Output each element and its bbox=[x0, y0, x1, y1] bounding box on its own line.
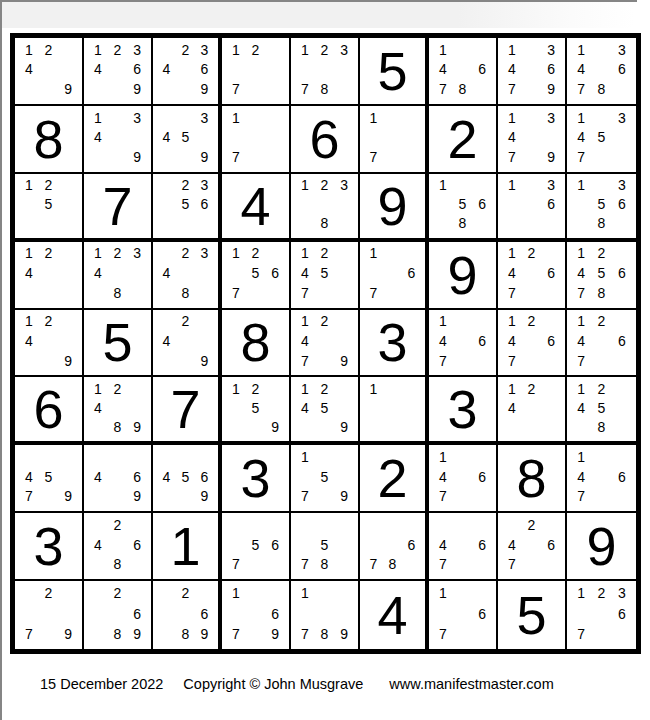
pencil-mark-2: 2 bbox=[591, 379, 611, 398]
cell-r9c7: 167 bbox=[429, 581, 498, 649]
pencil-mark-9: 9 bbox=[127, 624, 147, 644]
solved-digit: 9 bbox=[360, 174, 425, 238]
cell-r3c5: 1238 bbox=[291, 174, 360, 242]
pencil-mark-7: 7 bbox=[364, 554, 383, 574]
footer-date: 15 December 2022 bbox=[40, 676, 163, 692]
pencil-mark-5: 5 bbox=[591, 263, 611, 283]
pencil-mark-6: 6 bbox=[402, 263, 421, 283]
pencil-mark-6: 6 bbox=[612, 467, 632, 487]
pencil-mark-1: 1 bbox=[571, 312, 591, 332]
cell-r7c1: 4579 bbox=[15, 445, 84, 513]
pencil-marks: 12467 bbox=[502, 244, 561, 303]
pencil-marks: 124 bbox=[19, 244, 78, 303]
cell-r1c8: 134679 bbox=[498, 38, 567, 106]
pencil-mark-6: 6 bbox=[472, 60, 492, 80]
pencil-mark-7: 7 bbox=[295, 283, 315, 303]
pencil-mark-9: 9 bbox=[195, 79, 214, 99]
pencil-mark-2: 2 bbox=[522, 312, 542, 332]
header-strip bbox=[2, 2, 635, 28]
cell-r4c8: 12467 bbox=[498, 242, 567, 310]
pencil-mark-6: 6 bbox=[265, 263, 285, 283]
pencil-mark-2: 2 bbox=[315, 40, 335, 60]
pencil-mark-7: 7 bbox=[433, 79, 453, 99]
cell-r8c9: 9 bbox=[567, 513, 636, 581]
pencil-mark-4: 4 bbox=[88, 535, 108, 555]
pencil-mark-2: 2 bbox=[315, 312, 335, 332]
cell-r2c5: 6 bbox=[291, 106, 360, 174]
pencil-mark-4: 4 bbox=[88, 467, 108, 487]
pencil-marks: 1249 bbox=[19, 40, 78, 99]
pencil-mark-4: 4 bbox=[433, 331, 453, 351]
pencil-mark-2: 2 bbox=[315, 176, 335, 195]
cell-r4c4: 12567 bbox=[222, 242, 291, 310]
pencil-marks: 678 bbox=[364, 515, 421, 574]
pencil-mark-7: 7 bbox=[571, 147, 591, 167]
pencil-mark-3: 3 bbox=[612, 176, 632, 195]
pencil-mark-7: 7 bbox=[433, 624, 453, 644]
pencil-mark-2: 2 bbox=[315, 244, 335, 264]
pencil-marks: 467 bbox=[433, 515, 492, 574]
pencil-mark-1: 1 bbox=[502, 108, 522, 128]
pencil-marks: 567 bbox=[226, 515, 285, 574]
pencil-mark-8: 8 bbox=[591, 283, 611, 303]
pencil-mark-8: 8 bbox=[108, 283, 128, 303]
cell-r1c1: 1249 bbox=[15, 38, 84, 106]
pencil-mark-2: 2 bbox=[246, 40, 266, 60]
pencil-mark-4: 4 bbox=[295, 263, 315, 283]
cell-r4c3: 2348 bbox=[153, 242, 222, 310]
pencil-mark-1: 1 bbox=[88, 379, 108, 398]
pencil-mark-6: 6 bbox=[265, 535, 285, 555]
cell-r2c9: 13457 bbox=[567, 106, 636, 174]
pencil-mark-8: 8 bbox=[383, 554, 402, 574]
pencil-mark-6: 6 bbox=[195, 60, 214, 80]
cell-r1c9: 134678 bbox=[567, 38, 636, 106]
pencil-mark-9: 9 bbox=[58, 351, 78, 371]
footer-website: www.manifestmaster.com bbox=[389, 676, 553, 692]
solved-digit: 3 bbox=[429, 377, 496, 441]
pencil-mark-7: 7 bbox=[433, 351, 453, 371]
pencil-mark-6: 6 bbox=[541, 195, 561, 214]
pencil-mark-3: 3 bbox=[195, 244, 214, 264]
cell-r5c5: 12479 bbox=[291, 310, 360, 378]
window-left-border bbox=[0, 0, 2, 720]
pencil-mark-9: 9 bbox=[127, 417, 147, 436]
pencil-mark-7: 7 bbox=[226, 624, 246, 644]
pencil-mark-4: 4 bbox=[19, 60, 39, 80]
pencil-mark-9: 9 bbox=[195, 624, 214, 644]
pencil-mark-4: 4 bbox=[571, 331, 591, 351]
pencil-mark-4: 4 bbox=[295, 398, 315, 417]
cell-r5c3: 249 bbox=[153, 310, 222, 378]
pencil-mark-7: 7 bbox=[364, 283, 383, 303]
cell-r7c7: 1467 bbox=[429, 445, 498, 513]
pencil-mark-1: 1 bbox=[295, 176, 315, 195]
pencil-mark-9: 9 bbox=[127, 79, 147, 99]
cell-r3c1: 125 bbox=[15, 174, 84, 242]
pencil-marks: 17 bbox=[364, 108, 421, 167]
pencil-marks: 12457 bbox=[295, 244, 354, 303]
pencil-mark-1: 1 bbox=[295, 379, 315, 398]
solved-digit: 2 bbox=[360, 445, 425, 511]
pencil-mark-2: 2 bbox=[108, 583, 128, 603]
cell-r9c3: 2689 bbox=[153, 581, 222, 649]
pencil-mark-4: 4 bbox=[502, 535, 522, 555]
pencil-mark-5: 5 bbox=[591, 128, 611, 148]
cell-r5c6: 3 bbox=[360, 310, 429, 378]
pencil-marks: 124 bbox=[502, 379, 561, 436]
cell-r9c4: 1679 bbox=[222, 581, 291, 649]
pencil-marks: 1679 bbox=[226, 583, 285, 644]
pencil-mark-4: 4 bbox=[19, 263, 39, 283]
cell-r5c9: 12467 bbox=[567, 310, 636, 378]
pencil-mark-9: 9 bbox=[334, 487, 354, 507]
pencil-mark-1: 1 bbox=[502, 379, 522, 398]
pencil-mark-8: 8 bbox=[108, 417, 128, 436]
pencil-marks: 1789 bbox=[295, 583, 354, 644]
pencil-marks: 2467 bbox=[502, 515, 561, 574]
pencil-marks: 1259 bbox=[226, 379, 285, 436]
pencil-mark-9: 9 bbox=[58, 624, 78, 644]
cell-r4c7: 9 bbox=[429, 242, 498, 310]
pencil-mark-8: 8 bbox=[108, 554, 128, 574]
pencil-mark-1: 1 bbox=[571, 244, 591, 264]
cell-r7c5: 1579 bbox=[291, 445, 360, 513]
pencil-mark-7: 7 bbox=[295, 79, 315, 99]
cell-r8c7: 467 bbox=[429, 513, 498, 581]
pencil-mark-4: 4 bbox=[88, 398, 108, 417]
pencil-mark-3: 3 bbox=[541, 108, 561, 128]
pencil-mark-7: 7 bbox=[502, 351, 522, 371]
pencil-mark-3: 3 bbox=[127, 244, 147, 264]
pencil-mark-2: 2 bbox=[176, 312, 195, 332]
pencil-marks: 23469 bbox=[157, 40, 214, 99]
pencil-mark-1: 1 bbox=[295, 40, 315, 60]
cell-r1c6: 5 bbox=[360, 38, 429, 106]
pencil-mark-1: 1 bbox=[19, 40, 39, 60]
page: 1249123469234691271237851467813467913467… bbox=[0, 0, 650, 720]
pencil-mark-2: 2 bbox=[522, 244, 542, 264]
cell-r6c1: 6 bbox=[15, 377, 84, 445]
pencil-mark-2: 2 bbox=[246, 244, 266, 264]
pencil-mark-2: 2 bbox=[39, 244, 59, 264]
pencil-mark-1: 1 bbox=[433, 583, 453, 603]
pencil-mark-7: 7 bbox=[571, 351, 591, 371]
pencil-mark-2: 2 bbox=[176, 40, 195, 60]
cell-r2c3: 3459 bbox=[153, 106, 222, 174]
pencil-mark-7: 7 bbox=[19, 624, 39, 644]
pencil-marks: 12467 bbox=[571, 312, 632, 371]
pencil-marks: 12489 bbox=[88, 379, 147, 436]
pencil-mark-4: 4 bbox=[19, 331, 39, 351]
cell-r1c7: 14678 bbox=[429, 38, 498, 106]
pencil-marks: 12459 bbox=[295, 379, 354, 436]
pencil-mark-5: 5 bbox=[315, 398, 335, 417]
pencil-mark-3: 3 bbox=[612, 583, 632, 603]
cell-r9c1: 279 bbox=[15, 581, 84, 649]
pencil-mark-3: 3 bbox=[612, 40, 632, 60]
pencil-mark-4: 4 bbox=[571, 128, 591, 148]
pencil-mark-9: 9 bbox=[334, 417, 354, 436]
pencil-mark-8: 8 bbox=[315, 624, 335, 644]
solved-digit: 4 bbox=[360, 581, 425, 649]
pencil-mark-2: 2 bbox=[591, 583, 611, 603]
pencil-mark-6: 6 bbox=[127, 603, 147, 623]
solved-digit: 8 bbox=[222, 310, 289, 376]
pencil-mark-4: 4 bbox=[157, 467, 176, 487]
pencil-mark-4: 4 bbox=[433, 60, 453, 80]
pencil-mark-9: 9 bbox=[195, 351, 214, 371]
pencil-marks: 13457 bbox=[571, 108, 632, 167]
solved-digit: 9 bbox=[429, 242, 496, 308]
pencil-mark-4: 4 bbox=[157, 60, 176, 80]
pencil-marks: 1249 bbox=[19, 312, 78, 371]
pencil-marks: 12479 bbox=[295, 312, 354, 371]
pencil-mark-4: 4 bbox=[502, 398, 522, 417]
cell-r2c2: 1349 bbox=[84, 106, 153, 174]
pencil-mark-6: 6 bbox=[612, 331, 632, 351]
cell-r3c8: 136 bbox=[498, 174, 567, 242]
solved-digit: 5 bbox=[360, 38, 425, 104]
pencil-mark-2: 2 bbox=[315, 379, 335, 398]
cell-r6c6: 1 bbox=[360, 377, 429, 445]
pencil-mark-2: 2 bbox=[522, 515, 542, 535]
pencil-mark-4: 4 bbox=[88, 128, 108, 148]
pencil-marks: 2468 bbox=[88, 515, 147, 574]
pencil-marks: 1579 bbox=[295, 447, 354, 506]
pencil-marks: 279 bbox=[19, 583, 78, 644]
pencil-mark-5: 5 bbox=[39, 467, 59, 487]
pencil-mark-6: 6 bbox=[612, 263, 632, 283]
pencil-marks: 167 bbox=[364, 244, 421, 303]
pencil-mark-4: 4 bbox=[88, 263, 108, 283]
pencil-mark-8: 8 bbox=[176, 283, 195, 303]
cell-r7c3: 4569 bbox=[153, 445, 222, 513]
footer-copyright: Copyright © John Musgrave bbox=[183, 676, 363, 692]
pencil-mark-6: 6 bbox=[472, 535, 492, 555]
pencil-marks: 13479 bbox=[502, 108, 561, 167]
pencil-mark-7: 7 bbox=[433, 554, 453, 574]
cell-r8c4: 567 bbox=[222, 513, 291, 581]
pencil-mark-1: 1 bbox=[226, 108, 246, 128]
pencil-marks: 12348 bbox=[88, 244, 147, 303]
pencil-mark-6: 6 bbox=[127, 467, 147, 487]
pencil-marks: 12458 bbox=[571, 379, 632, 436]
pencil-marks: 1568 bbox=[433, 176, 492, 233]
pencil-mark-5: 5 bbox=[591, 398, 611, 417]
pencil-mark-3: 3 bbox=[334, 40, 354, 60]
cell-r4c5: 12457 bbox=[291, 242, 360, 310]
pencil-mark-3: 3 bbox=[334, 176, 354, 195]
pencil-mark-7: 7 bbox=[226, 283, 246, 303]
cell-r8c1: 3 bbox=[15, 513, 84, 581]
pencil-mark-1: 1 bbox=[226, 379, 246, 398]
pencil-mark-4: 4 bbox=[157, 263, 176, 283]
pencil-mark-1: 1 bbox=[571, 176, 591, 195]
solved-digit: 5 bbox=[84, 310, 151, 376]
pencil-mark-4: 4 bbox=[571, 398, 591, 417]
pencil-mark-7: 7 bbox=[502, 554, 522, 574]
cell-r3c2: 7 bbox=[84, 174, 153, 242]
pencil-mark-7: 7 bbox=[571, 624, 591, 644]
pencil-mark-3: 3 bbox=[612, 108, 632, 128]
cell-r6c8: 124 bbox=[498, 377, 567, 445]
pencil-mark-6: 6 bbox=[541, 60, 561, 80]
pencil-mark-6: 6 bbox=[541, 331, 561, 351]
cell-r4c1: 124 bbox=[15, 242, 84, 310]
solved-digit: 2 bbox=[429, 106, 496, 172]
pencil-mark-3: 3 bbox=[127, 108, 147, 128]
cell-r8c5: 578 bbox=[291, 513, 360, 581]
pencil-marks: 12378 bbox=[295, 40, 354, 99]
pencil-mark-4: 4 bbox=[433, 535, 453, 555]
pencil-mark-9: 9 bbox=[58, 487, 78, 507]
pencil-mark-2: 2 bbox=[108, 40, 128, 60]
pencil-mark-4: 4 bbox=[157, 331, 176, 351]
cell-r5c8: 12467 bbox=[498, 310, 567, 378]
pencil-mark-2: 2 bbox=[246, 379, 266, 398]
pencil-mark-1: 1 bbox=[295, 447, 315, 467]
cell-r5c7: 1467 bbox=[429, 310, 498, 378]
pencil-mark-4: 4 bbox=[19, 467, 39, 487]
pencil-mark-9: 9 bbox=[541, 79, 561, 99]
cell-r4c9: 1245678 bbox=[567, 242, 636, 310]
pencil-marks: 167 bbox=[433, 583, 492, 644]
pencil-mark-6: 6 bbox=[472, 603, 492, 623]
cell-r9c5: 1789 bbox=[291, 581, 360, 649]
cell-r4c6: 167 bbox=[360, 242, 429, 310]
solved-digit: 3 bbox=[15, 513, 82, 579]
pencil-marks: 123469 bbox=[88, 40, 147, 99]
pencil-mark-2: 2 bbox=[522, 379, 542, 398]
pencil-mark-4: 4 bbox=[502, 60, 522, 80]
pencil-mark-7: 7 bbox=[571, 283, 591, 303]
pencil-marks: 1238 bbox=[295, 176, 354, 233]
pencil-mark-1: 1 bbox=[571, 447, 591, 467]
pencil-mark-9: 9 bbox=[265, 417, 285, 436]
solved-digit: 1 bbox=[153, 513, 218, 579]
pencil-marks: 13568 bbox=[571, 176, 632, 233]
cell-r6c3: 7 bbox=[153, 377, 222, 445]
pencil-mark-6: 6 bbox=[195, 467, 214, 487]
cell-r9c9: 12367 bbox=[567, 581, 636, 649]
pencil-mark-4: 4 bbox=[571, 467, 591, 487]
cell-r7c9: 1467 bbox=[567, 445, 636, 513]
pencil-mark-4: 4 bbox=[571, 263, 591, 283]
solved-digit: 4 bbox=[222, 174, 289, 238]
pencil-mark-1: 1 bbox=[19, 312, 39, 332]
cell-r2c4: 17 bbox=[222, 106, 291, 174]
cell-r1c5: 12378 bbox=[291, 38, 360, 106]
pencil-marks: 578 bbox=[295, 515, 354, 574]
cell-r7c4: 3 bbox=[222, 445, 291, 513]
pencil-mark-7: 7 bbox=[226, 554, 246, 574]
pencil-mark-9: 9 bbox=[334, 624, 354, 644]
pencil-mark-7: 7 bbox=[571, 487, 591, 507]
pencil-mark-8: 8 bbox=[591, 417, 611, 436]
cell-r3c9: 13568 bbox=[567, 174, 636, 242]
pencil-mark-5: 5 bbox=[453, 195, 473, 214]
pencil-mark-9: 9 bbox=[127, 147, 147, 167]
pencil-mark-2: 2 bbox=[176, 176, 195, 195]
solved-digit: 7 bbox=[153, 377, 218, 441]
pencil-mark-7: 7 bbox=[502, 147, 522, 167]
pencil-marks: 249 bbox=[157, 312, 214, 371]
pencil-mark-9: 9 bbox=[195, 147, 214, 167]
cell-r3c7: 1568 bbox=[429, 174, 498, 242]
pencil-mark-4: 4 bbox=[502, 128, 522, 148]
cell-r3c6: 9 bbox=[360, 174, 429, 242]
solved-digit: 3 bbox=[360, 310, 425, 376]
pencil-mark-5: 5 bbox=[246, 535, 266, 555]
pencil-mark-2: 2 bbox=[108, 379, 128, 398]
cell-r3c3: 2356 bbox=[153, 174, 222, 242]
pencil-marks: 2356 bbox=[157, 176, 214, 233]
pencil-mark-9: 9 bbox=[195, 487, 214, 507]
pencil-mark-1: 1 bbox=[364, 244, 383, 264]
pencil-mark-3: 3 bbox=[195, 108, 214, 128]
pencil-mark-7: 7 bbox=[295, 554, 315, 574]
cell-r1c2: 123469 bbox=[84, 38, 153, 106]
sudoku-board: 1249123469234691271237851467813467913467… bbox=[10, 33, 641, 654]
cell-r6c5: 12459 bbox=[291, 377, 360, 445]
pencil-mark-6: 6 bbox=[612, 603, 632, 623]
pencil-mark-9: 9 bbox=[265, 624, 285, 644]
cell-r9c2: 2689 bbox=[84, 581, 153, 649]
pencil-marks: 469 bbox=[88, 447, 147, 506]
cell-r2c8: 13479 bbox=[498, 106, 567, 174]
pencil-mark-6: 6 bbox=[195, 195, 214, 214]
pencil-mark-6: 6 bbox=[402, 535, 421, 555]
pencil-mark-6: 6 bbox=[265, 603, 285, 623]
pencil-mark-8: 8 bbox=[108, 624, 128, 644]
pencil-mark-5: 5 bbox=[39, 195, 59, 214]
pencil-mark-6: 6 bbox=[195, 603, 214, 623]
pencil-marks: 1245678 bbox=[571, 244, 632, 303]
pencil-mark-1: 1 bbox=[295, 244, 315, 264]
pencil-mark-4: 4 bbox=[502, 263, 522, 283]
pencil-mark-6: 6 bbox=[612, 195, 632, 214]
pencil-mark-8: 8 bbox=[176, 624, 195, 644]
pencil-mark-4: 4 bbox=[157, 128, 176, 148]
pencil-mark-6: 6 bbox=[541, 535, 561, 555]
pencil-mark-1: 1 bbox=[19, 244, 39, 264]
pencil-marks: 12367 bbox=[571, 583, 632, 644]
pencil-mark-8: 8 bbox=[315, 79, 335, 99]
pencil-mark-1: 1 bbox=[502, 40, 522, 60]
cell-r7c6: 2 bbox=[360, 445, 429, 513]
pencil-mark-3: 3 bbox=[541, 40, 561, 60]
footer: 15 December 2022 Copyright © John Musgra… bbox=[40, 676, 554, 692]
pencil-mark-9: 9 bbox=[58, 79, 78, 99]
pencil-mark-1: 1 bbox=[571, 108, 591, 128]
pencil-mark-7: 7 bbox=[502, 79, 522, 99]
pencil-marks: 4579 bbox=[19, 447, 78, 506]
pencil-marks: 125 bbox=[19, 176, 78, 233]
pencil-mark-7: 7 bbox=[571, 79, 591, 99]
pencil-mark-9: 9 bbox=[541, 147, 561, 167]
pencil-marks: 1467 bbox=[433, 447, 492, 506]
pencil-mark-5: 5 bbox=[176, 195, 195, 214]
cell-r8c8: 2467 bbox=[498, 513, 567, 581]
solved-digit: 3 bbox=[222, 445, 289, 511]
cell-r2c1: 8 bbox=[15, 106, 84, 174]
pencil-mark-4: 4 bbox=[295, 331, 315, 351]
pencil-mark-2: 2 bbox=[39, 40, 59, 60]
cell-r1c4: 127 bbox=[222, 38, 291, 106]
pencil-mark-7: 7 bbox=[19, 487, 39, 507]
pencil-mark-3: 3 bbox=[541, 176, 561, 195]
